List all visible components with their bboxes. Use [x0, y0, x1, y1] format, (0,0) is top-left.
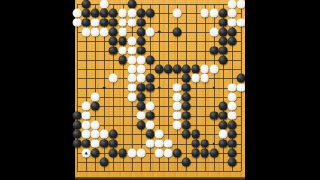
white-stone-c11-r16[interactable] — [164, 139, 173, 148]
white-stone-c9-r16[interactable] — [146, 139, 155, 148]
black-stone-c8-r3[interactable] — [136, 18, 145, 27]
white-stone-c16-r8[interactable] — [209, 65, 218, 74]
white-stone-c18-r11[interactable] — [228, 93, 237, 102]
black-stone-c8-r11[interactable] — [136, 93, 145, 102]
black-stone-c5-r16[interactable] — [109, 139, 118, 148]
black-stone-c12-r17[interactable] — [173, 148, 182, 157]
white-stone-c4-r15[interactable] — [100, 130, 109, 139]
white-stone-c8-r17[interactable] — [136, 148, 145, 157]
black-stone-c9-r7[interactable] — [146, 55, 155, 64]
black-stone-c9-r2[interactable] — [146, 9, 155, 18]
white-stone-c4-r1[interactable] — [100, 0, 109, 8]
black-stone-c14-r16[interactable] — [191, 139, 200, 148]
black-stone-c5-r5[interactable] — [109, 37, 118, 46]
black-stone-c3-r17[interactable] — [91, 148, 100, 157]
black-stone-c4-r18[interactable] — [100, 158, 109, 167]
black-stone-c9-r10[interactable] — [146, 83, 155, 92]
white-stone-c15-r9[interactable] — [200, 74, 209, 83]
white-stone-c1-r2[interactable] — [73, 9, 82, 18]
black-stone-c13-r9[interactable] — [182, 74, 191, 83]
black-stone-c18-r17[interactable] — [228, 148, 237, 157]
white-stone-c18-r10[interactable] — [228, 83, 237, 92]
white-stone-c2-r13[interactable] — [82, 111, 91, 120]
grid-line-horizontal — [77, 171, 241, 172]
black-stone-c2-r1[interactable] — [82, 0, 91, 8]
white-stone-c8-r13[interactable] — [136, 111, 145, 120]
black-stone-c1-r15[interactable] — [73, 130, 82, 139]
white-stone-c12-r13[interactable] — [173, 111, 182, 120]
black-stone-c13-r18[interactable] — [182, 158, 191, 167]
white-stone-c16-r4[interactable] — [209, 27, 218, 36]
black-stone-c11-r8[interactable] — [164, 65, 173, 74]
grid-line-horizontal — [77, 106, 241, 107]
white-stone-c10-r16[interactable] — [155, 139, 164, 148]
white-stone-c3-r15[interactable] — [91, 130, 100, 139]
black-stone-c9-r15[interactable] — [146, 130, 155, 139]
black-stone-c7-r1[interactable] — [127, 0, 136, 8]
black-stone-c6-r17[interactable] — [118, 148, 127, 157]
black-stone-c17-r13[interactable] — [219, 111, 228, 120]
black-stone-c6-r5[interactable] — [118, 37, 127, 46]
white-stone-c3-r11[interactable] — [91, 93, 100, 102]
black-stone-c8-r6[interactable] — [136, 46, 145, 55]
white-stone-c6-r3[interactable] — [118, 18, 127, 27]
white-stone-c5-r9[interactable] — [109, 74, 118, 83]
black-stone-c17-r4[interactable] — [219, 27, 228, 36]
white-stone-c2-r15[interactable] — [82, 130, 91, 139]
star-point — [103, 86, 106, 89]
black-stone-c15-r16[interactable] — [200, 139, 209, 148]
star-point — [158, 86, 161, 89]
black-stone-c10-r8[interactable] — [155, 65, 164, 74]
white-stone-c8-r9[interactable] — [136, 74, 145, 83]
black-stone-c4-r2[interactable] — [100, 9, 109, 18]
white-stone-c2-r14[interactable] — [82, 120, 91, 129]
star-point — [213, 86, 216, 89]
black-stone-c18-r5[interactable] — [228, 37, 237, 46]
grid-line-horizontal — [77, 97, 241, 98]
black-stone-c17-r3[interactable] — [219, 18, 228, 27]
letterbox-right — [245, 0, 320, 180]
white-stone-c3-r4[interactable] — [91, 27, 100, 36]
white-stone-c18-r12[interactable] — [228, 102, 237, 111]
black-stone-c17-r16[interactable] — [219, 139, 228, 148]
white-stone-c12-r10[interactable] — [173, 83, 182, 92]
black-stone-c13-r10[interactable] — [182, 83, 191, 92]
black-stone-c18-r18[interactable] — [228, 158, 237, 167]
black-stone-c17-r7[interactable] — [219, 55, 228, 64]
black-stone-c5-r15[interactable] — [109, 130, 118, 139]
black-stone-c8-r4[interactable] — [136, 27, 145, 36]
white-stone-c7-r5[interactable] — [127, 37, 136, 46]
white-stone-c10-r17[interactable] — [155, 148, 164, 157]
black-stone-c17-r5[interactable] — [219, 37, 228, 46]
white-stone-c3-r14[interactable] — [91, 120, 100, 129]
white-stone-c8-r7[interactable] — [136, 55, 145, 64]
black-stone-c18-r16[interactable] — [228, 139, 237, 148]
white-stone-c7-r2[interactable] — [127, 9, 136, 18]
white-stone-c6-r4[interactable] — [118, 27, 127, 36]
white-stone-c18-r13[interactable] — [228, 111, 237, 120]
black-stone-c16-r6[interactable] — [209, 46, 218, 55]
black-stone-c1-r14[interactable] — [73, 120, 82, 129]
black-stone-c8-r5[interactable] — [136, 37, 145, 46]
white-stone-c4-r4[interactable] — [100, 27, 109, 36]
last-move-marker-icon: ▲ — [84, 151, 88, 155]
black-stone-c8-r2[interactable] — [136, 9, 145, 18]
white-stone-c18-r1[interactable] — [228, 0, 237, 8]
white-stone-c7-r8[interactable] — [127, 65, 136, 74]
white-stone-c6-r6[interactable] — [118, 46, 127, 55]
black-stone-c5-r2[interactable] — [109, 9, 118, 18]
black-stone-c8-r12[interactable] — [136, 102, 145, 111]
white-stone-c1-r3[interactable] — [73, 18, 82, 27]
white-stone-c11-r17[interactable] — [164, 148, 173, 157]
black-stone-c14-r17[interactable] — [191, 148, 200, 157]
black-stone-c3-r12[interactable] — [91, 102, 100, 111]
letterbox-left — [0, 0, 75, 180]
white-stone-c15-r8[interactable] — [200, 65, 209, 74]
black-stone-c1-r16[interactable] — [73, 139, 82, 148]
black-stone-c4-r3[interactable] — [100, 18, 109, 27]
black-stone-c17-r14[interactable] — [219, 120, 228, 129]
white-stone-c3-r3[interactable] — [91, 18, 100, 27]
black-stone-c17-r6[interactable] — [219, 46, 228, 55]
white-stone-c16-r2[interactable] — [209, 9, 218, 18]
black-stone-c8-r10[interactable] — [136, 83, 145, 92]
white-stone-c7-r7[interactable] — [127, 55, 136, 64]
white-stone-c12-r14[interactable] — [173, 120, 182, 129]
black-stone-c18-r15[interactable] — [228, 130, 237, 139]
white-stone-c9-r12[interactable] — [146, 102, 155, 111]
white-stone-c12-r12[interactable] — [173, 102, 182, 111]
black-stone-c13-r14[interactable] — [182, 120, 191, 129]
white-stone-c2-r17[interactable]: ▲ — [82, 148, 91, 157]
go-game-screenshot: ▲ — [0, 0, 320, 180]
black-stone-c5-r17[interactable] — [109, 148, 118, 157]
black-stone-c13-r8[interactable] — [182, 65, 191, 74]
black-stone-c5-r6[interactable] — [109, 46, 118, 55]
white-stone-c7-r11[interactable] — [127, 93, 136, 102]
white-stone-c2-r4[interactable] — [82, 27, 91, 36]
white-stone-c7-r17[interactable] — [127, 148, 136, 157]
black-stone-c13-r11[interactable] — [182, 93, 191, 102]
black-stone-c2-r2[interactable] — [82, 9, 91, 18]
star-point — [158, 31, 161, 34]
white-stone-c18-r2[interactable] — [228, 9, 237, 18]
black-stone-c12-r8[interactable] — [173, 65, 182, 74]
go-board[interactable]: ▲ — [75, 0, 245, 180]
white-stone-c10-r15[interactable] — [155, 130, 164, 139]
black-stone-c13-r12[interactable] — [182, 102, 191, 111]
black-stone-c18-r14[interactable] — [228, 120, 237, 129]
white-stone-c12-r2[interactable] — [173, 9, 182, 18]
white-stone-c18-r3[interactable] — [228, 18, 237, 27]
black-stone-c8-r14[interactable] — [136, 120, 145, 129]
black-stone-c14-r8[interactable] — [191, 65, 200, 74]
grid-line-horizontal — [77, 125, 241, 126]
black-stone-c3-r2[interactable] — [91, 9, 100, 18]
black-stone-c13-r13[interactable] — [182, 111, 191, 120]
white-stone-c7-r6[interactable] — [127, 46, 136, 55]
black-stone-c9-r13[interactable] — [146, 111, 155, 120]
star-point — [213, 142, 216, 145]
black-stone-c14-r15[interactable] — [191, 130, 200, 139]
black-stone-c5-r4[interactable] — [109, 27, 118, 36]
black-stone-c6-r7[interactable] — [118, 55, 127, 64]
white-stone-c7-r3[interactable] — [127, 18, 136, 27]
black-stone-c5-r3[interactable] — [109, 18, 118, 27]
white-stone-c17-r15[interactable] — [219, 130, 228, 139]
white-stone-c2-r12[interactable] — [82, 102, 91, 111]
black-stone-c9-r9[interactable] — [146, 74, 155, 83]
board-bottom-edge — [75, 177, 245, 180]
black-stone-c2-r3[interactable] — [82, 18, 91, 27]
black-stone-c17-r12[interactable] — [219, 102, 228, 111]
white-stone-c12-r11[interactable] — [173, 93, 182, 102]
black-stone-c4-r16[interactable] — [100, 139, 109, 148]
white-stone-c3-r16[interactable] — [91, 139, 100, 148]
black-stone-c15-r17[interactable] — [200, 148, 209, 157]
black-stone-c13-r15[interactable] — [182, 130, 191, 139]
black-stone-c17-r2[interactable] — [219, 9, 228, 18]
black-stone-c1-r13[interactable] — [73, 111, 82, 120]
white-stone-c6-r2[interactable] — [118, 9, 127, 18]
black-stone-c16-r13[interactable] — [209, 111, 218, 120]
black-stone-c12-r4[interactable] — [173, 27, 182, 36]
white-stone-c15-r2[interactable] — [200, 9, 209, 18]
black-stone-c16-r17[interactable] — [209, 148, 218, 157]
white-stone-c9-r4[interactable] — [146, 27, 155, 36]
white-stone-c7-r9[interactable] — [127, 74, 136, 83]
white-stone-c9-r14[interactable] — [146, 120, 155, 129]
white-stone-c8-r8[interactable] — [136, 65, 145, 74]
black-stone-c18-r4[interactable] — [228, 27, 237, 36]
black-stone-c2-r16[interactable] — [82, 139, 91, 148]
white-stone-c7-r10[interactable] — [127, 83, 136, 92]
white-stone-c14-r9[interactable] — [191, 74, 200, 83]
